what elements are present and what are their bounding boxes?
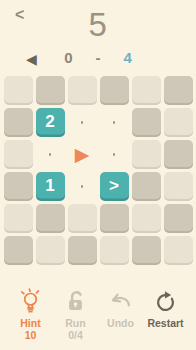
wall-tile (100, 204, 129, 233)
number-tile-1[interactable]: 1 (36, 172, 65, 201)
undo-button[interactable]: Undo (98, 288, 143, 341)
header: < 5 (0, 0, 196, 48)
wall-tile (4, 236, 33, 265)
move-counter-bar: ◀ 0 - 4 (0, 48, 196, 73)
wall-tile (4, 76, 33, 105)
player-arrow[interactable]: ▶ (68, 140, 97, 169)
field-cell (68, 108, 97, 137)
number-tile-2[interactable]: 2 (36, 108, 65, 137)
wall-tile (132, 108, 161, 137)
wall-tile (36, 204, 65, 233)
wall-tile (68, 76, 97, 105)
field-cell (68, 172, 97, 201)
field-cell (36, 140, 65, 169)
board[interactable]: 2▶1> (4, 76, 193, 265)
level-number: 5 (0, 0, 196, 50)
wall-tile (36, 236, 65, 265)
hint-count: 10 (25, 329, 37, 341)
wall-tile (68, 236, 97, 265)
tile-right-chevron[interactable]: > (100, 172, 129, 201)
wall-tile (4, 140, 33, 169)
back-button[interactable]: < (11, 4, 28, 26)
back-chevron-icon: < (15, 6, 24, 23)
restart-button[interactable]: Restart (143, 288, 188, 341)
wall-tile (132, 236, 161, 265)
wall-tile (132, 140, 161, 169)
wall-tile (164, 172, 193, 201)
run-progress: 0/4 (68, 329, 83, 341)
wall-tile (164, 108, 193, 137)
field-cell (100, 140, 129, 169)
restart-label: Restart (147, 317, 183, 329)
hint-label: Hint (20, 317, 40, 329)
moves-current: 0 (64, 49, 72, 66)
wall-tile (100, 236, 129, 265)
wall-tile (164, 236, 193, 265)
wall-tile (132, 172, 161, 201)
restart-icon (152, 288, 179, 315)
undo-label: Undo (107, 317, 134, 329)
run-label: Run (65, 317, 85, 329)
run-button[interactable]: Run 0/4 (53, 288, 98, 341)
wall-tile (4, 108, 33, 137)
wall-tile (4, 172, 33, 201)
move-counter: 0 - 4 (0, 49, 196, 66)
wall-tile (164, 204, 193, 233)
wall-tile (4, 204, 33, 233)
field-cell (100, 108, 129, 137)
undo-arrow-icon (107, 288, 134, 315)
moves-separator: - (96, 49, 101, 66)
lightbulb-icon (17, 288, 44, 315)
open-lock-icon (62, 288, 89, 315)
wall-tile (164, 76, 193, 105)
moves-target: 4 (124, 49, 132, 66)
toolbar: Hint 10 Run 0/4 Undo Restart (0, 288, 196, 350)
hint-button[interactable]: Hint 10 (8, 288, 53, 341)
wall-tile (132, 204, 161, 233)
wall-tile (68, 204, 97, 233)
wall-tile (132, 76, 161, 105)
wall-tile (36, 76, 65, 105)
wall-tile (164, 140, 193, 169)
wall-tile (100, 76, 129, 105)
